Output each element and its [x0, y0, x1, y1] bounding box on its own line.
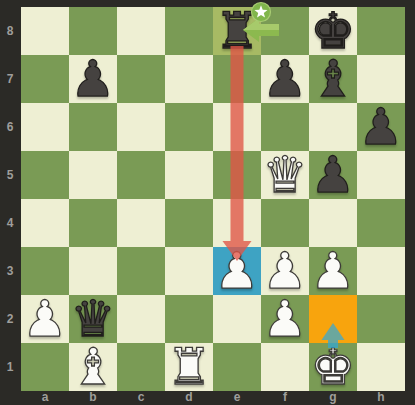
piece-black-pawn-g5[interactable]: ♟ [309, 151, 357, 199]
square-g4[interactable] [309, 199, 357, 247]
square-d6[interactable] [165, 103, 213, 151]
file-label-f: f [261, 389, 309, 405]
piece-white-rook-d1[interactable]: ♜ [165, 343, 213, 391]
file-label-h: h [357, 389, 405, 405]
square-h6[interactable]: ♟ [357, 103, 405, 151]
square-g8[interactable]: ♚ [309, 7, 357, 55]
square-b5[interactable] [69, 151, 117, 199]
square-f8[interactable] [261, 7, 309, 55]
file-label-d: d [165, 389, 213, 405]
rank-label-3: 3 [0, 247, 20, 295]
rank-label-4: 4 [0, 199, 20, 247]
square-g1[interactable]: ♚ [309, 343, 357, 391]
file-label-c: c [117, 389, 165, 405]
square-h7[interactable] [357, 55, 405, 103]
piece-black-queen-b2[interactable]: ♛ [69, 295, 117, 343]
square-a3[interactable] [21, 247, 69, 295]
square-g3[interactable]: ♟ [309, 247, 357, 295]
square-f5[interactable]: ♛ [261, 151, 309, 199]
square-e7[interactable] [213, 55, 261, 103]
piece-white-king-g1[interactable]: ♚ [309, 343, 357, 391]
piece-black-pawn-h6[interactable]: ♟ [357, 103, 405, 151]
square-h2[interactable] [357, 295, 405, 343]
square-d1[interactable]: ♜ [165, 343, 213, 391]
square-h8[interactable] [357, 7, 405, 55]
square-a2[interactable]: ♟ [21, 295, 69, 343]
square-h5[interactable] [357, 151, 405, 199]
piece-white-pawn-f2[interactable]: ♟ [261, 295, 309, 343]
square-g2[interactable] [309, 295, 357, 343]
square-f4[interactable] [261, 199, 309, 247]
square-a4[interactable] [21, 199, 69, 247]
square-e2[interactable] [213, 295, 261, 343]
square-d5[interactable] [165, 151, 213, 199]
piece-black-rook-e8[interactable]: ♜ [213, 7, 261, 55]
square-e1[interactable] [213, 343, 261, 391]
rank-label-1: 1 [0, 343, 20, 391]
piece-white-queen-f5[interactable]: ♛ [261, 151, 309, 199]
square-b1[interactable]: ♝ [69, 343, 117, 391]
square-e8[interactable]: ♜ [213, 7, 261, 55]
chess-board: ♜♚♟♟♝♟♛♟♟♟♟♟♛♟♝♜♚ [21, 7, 405, 391]
file-label-g: g [309, 389, 357, 405]
square-b4[interactable] [69, 199, 117, 247]
piece-black-pawn-f7[interactable]: ♟ [261, 55, 309, 103]
square-g5[interactable]: ♟ [309, 151, 357, 199]
square-e3[interactable]: ♟ [213, 247, 261, 295]
rank-label-5: 5 [0, 151, 20, 199]
square-h1[interactable] [357, 343, 405, 391]
piece-white-pawn-f3[interactable]: ♟ [261, 247, 309, 295]
square-h4[interactable] [357, 199, 405, 247]
file-label-a: a [21, 389, 69, 405]
square-b8[interactable] [69, 7, 117, 55]
square-f6[interactable] [261, 103, 309, 151]
square-b2[interactable]: ♛ [69, 295, 117, 343]
file-label-b: b [69, 389, 117, 405]
piece-white-pawn-e3[interactable]: ♟ [213, 247, 261, 295]
square-h3[interactable] [357, 247, 405, 295]
piece-white-pawn-g3[interactable]: ♟ [309, 247, 357, 295]
square-b3[interactable] [69, 247, 117, 295]
file-label-e: e [213, 389, 261, 405]
square-d7[interactable] [165, 55, 213, 103]
square-b6[interactable] [69, 103, 117, 151]
square-f1[interactable] [261, 343, 309, 391]
square-f2[interactable]: ♟ [261, 295, 309, 343]
piece-white-bishop-b1[interactable]: ♝ [69, 343, 117, 391]
square-g6[interactable] [309, 103, 357, 151]
square-c3[interactable] [117, 247, 165, 295]
square-d2[interactable] [165, 295, 213, 343]
piece-black-bishop-g7[interactable]: ♝ [309, 55, 357, 103]
square-d4[interactable] [165, 199, 213, 247]
square-c2[interactable] [117, 295, 165, 343]
square-a1[interactable] [21, 343, 69, 391]
piece-black-pawn-b7[interactable]: ♟ [69, 55, 117, 103]
square-c8[interactable] [117, 7, 165, 55]
square-f3[interactable]: ♟ [261, 247, 309, 295]
square-e4[interactable] [213, 199, 261, 247]
square-e6[interactable] [213, 103, 261, 151]
square-c1[interactable] [117, 343, 165, 391]
rank-label-8: 8 [0, 7, 20, 55]
square-c5[interactable] [117, 151, 165, 199]
square-a5[interactable] [21, 151, 69, 199]
square-c7[interactable] [117, 55, 165, 103]
square-a6[interactable] [21, 103, 69, 151]
square-a8[interactable] [21, 7, 69, 55]
square-f7[interactable]: ♟ [261, 55, 309, 103]
square-d3[interactable] [165, 247, 213, 295]
rank-label-6: 6 [0, 103, 20, 151]
square-a7[interactable] [21, 55, 69, 103]
piece-white-pawn-a2[interactable]: ♟ [21, 295, 69, 343]
square-c4[interactable] [117, 199, 165, 247]
piece-black-king-g8[interactable]: ♚ [309, 7, 357, 55]
square-b7[interactable]: ♟ [69, 55, 117, 103]
square-e5[interactable] [213, 151, 261, 199]
rank-label-7: 7 [0, 55, 20, 103]
square-g7[interactable]: ♝ [309, 55, 357, 103]
rank-label-2: 2 [0, 295, 20, 343]
square-c6[interactable] [117, 103, 165, 151]
square-d8[interactable] [165, 7, 213, 55]
